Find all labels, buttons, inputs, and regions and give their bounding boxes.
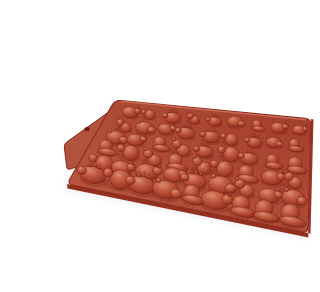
product-photo bbox=[40, 16, 320, 292]
mold-illustration bbox=[40, 16, 320, 292]
hang-hole bbox=[84, 127, 89, 131]
